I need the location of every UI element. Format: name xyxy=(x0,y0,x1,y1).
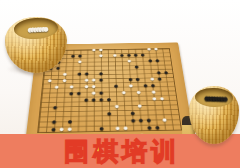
white-stone: ● xyxy=(59,126,65,134)
board-cell: ● xyxy=(98,125,106,133)
black-stone: ● xyxy=(222,95,225,101)
board-cell xyxy=(90,118,98,126)
black-stone: ● xyxy=(147,124,153,132)
board-cell xyxy=(82,125,90,133)
black-stone: ● xyxy=(155,124,161,132)
board-cell xyxy=(74,118,82,126)
white-stone: ● xyxy=(42,25,45,31)
board-cell xyxy=(82,118,90,126)
black-stone: ● xyxy=(130,117,136,124)
board-cell xyxy=(90,125,98,133)
black-stone: ● xyxy=(99,125,104,133)
black-stone: ● xyxy=(107,110,112,117)
banner-title: 围棋培训 xyxy=(60,135,180,168)
white-stone: ● xyxy=(162,117,168,124)
white-stone: ● xyxy=(123,125,129,133)
go-training-ad-scene: ●●●●●●●●●●●●●●●●●●●●●●●●●●●●●●●●●●●●●●●●… xyxy=(0,0,240,168)
black-stone: ● xyxy=(51,126,57,134)
black-stone: ● xyxy=(138,117,144,124)
black-bowl-opening: ●●●●●●●● xyxy=(195,87,234,107)
white-bowl-opening: ●●●●●●● xyxy=(13,17,58,40)
